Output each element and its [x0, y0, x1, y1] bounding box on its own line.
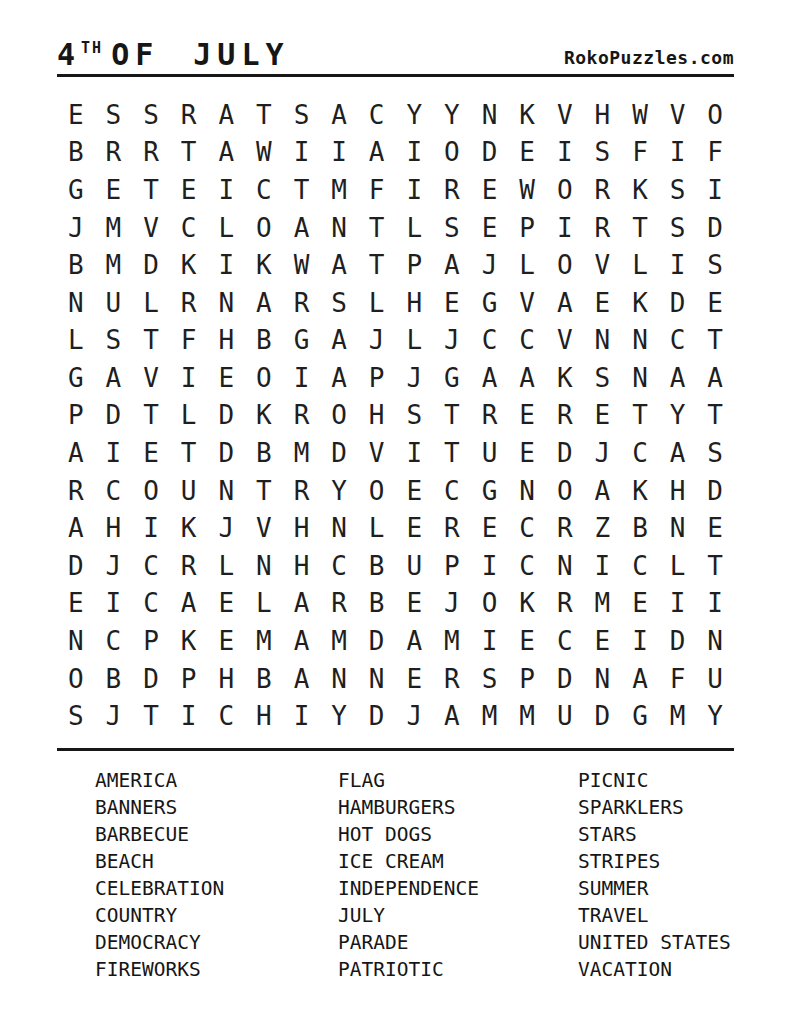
grid-cell[interactable]: N [320, 509, 358, 547]
grid-cell[interactable]: P [170, 660, 208, 698]
grid-cell[interactable]: E [471, 171, 509, 209]
grid-cell[interactable]: N [245, 547, 283, 585]
grid-cell[interactable]: A [207, 96, 245, 134]
grid-cell[interactable]: G [471, 472, 509, 510]
grid-cell[interactable]: R [546, 509, 584, 547]
grid-cell[interactable]: M [245, 622, 283, 660]
grid-cell[interactable]: N [584, 660, 622, 698]
grid-cell[interactable]: I [696, 171, 734, 209]
grid-cell[interactable]: B [95, 660, 133, 698]
grid-cell[interactable]: W [245, 134, 283, 172]
grid-cell[interactable]: T [245, 472, 283, 510]
grid-cell[interactable]: O [132, 472, 170, 510]
grid-cell[interactable]: E [170, 171, 208, 209]
grid-cell[interactable]: I [659, 585, 697, 623]
grid-cell[interactable]: W [621, 96, 659, 134]
grid-cell[interactable]: J [395, 697, 433, 735]
grid-cell[interactable]: K [546, 359, 584, 397]
grid-cell[interactable]: H [245, 697, 283, 735]
grid-cell[interactable]: A [283, 209, 321, 247]
grid-cell[interactable]: A [508, 359, 546, 397]
grid-cell[interactable]: C [621, 547, 659, 585]
grid-cell[interactable]: M [283, 434, 321, 472]
grid-cell[interactable]: D [546, 434, 584, 472]
grid-cell[interactable]: B [358, 585, 396, 623]
grid-cell[interactable]: F [696, 134, 734, 172]
grid-cell[interactable]: R [433, 509, 471, 547]
grid-cell[interactable]: L [508, 246, 546, 284]
grid-cell[interactable]: I [659, 134, 697, 172]
grid-cell[interactable]: B [621, 509, 659, 547]
grid-cell[interactable]: T [132, 322, 170, 360]
grid-cell[interactable]: L [358, 284, 396, 322]
grid-cell[interactable]: S [659, 209, 697, 247]
grid-cell[interactable]: R [283, 472, 321, 510]
grid-cell[interactable]: I [95, 585, 133, 623]
grid-cell[interactable]: L [170, 397, 208, 435]
grid-cell[interactable]: V [546, 96, 584, 134]
grid-cell[interactable]: J [358, 322, 396, 360]
grid-cell[interactable]: D [471, 134, 509, 172]
grid-cell[interactable]: P [57, 397, 95, 435]
grid-cell[interactable]: L [395, 322, 433, 360]
grid-cell[interactable]: B [358, 547, 396, 585]
grid-cell[interactable]: K [621, 171, 659, 209]
grid-cell[interactable]: M [433, 622, 471, 660]
grid-cell[interactable]: I [621, 622, 659, 660]
grid-cell[interactable]: I [546, 209, 584, 247]
grid-cell[interactable]: D [584, 697, 622, 735]
grid-cell[interactable]: D [57, 547, 95, 585]
grid-cell[interactable]: Y [320, 472, 358, 510]
grid-cell[interactable]: H [584, 96, 622, 134]
grid-cell[interactable]: N [621, 322, 659, 360]
grid-cell[interactable]: D [132, 246, 170, 284]
grid-cell[interactable]: C [433, 472, 471, 510]
grid-cell[interactable]: T [621, 209, 659, 247]
grid-cell[interactable]: T [621, 397, 659, 435]
grid-cell[interactable]: M [95, 246, 133, 284]
grid-cell[interactable]: K [170, 622, 208, 660]
grid-cell[interactable]: H [207, 660, 245, 698]
grid-cell[interactable]: J [584, 434, 622, 472]
grid-cell[interactable]: D [659, 284, 697, 322]
grid-cell[interactable]: Y [433, 96, 471, 134]
grid-cell[interactable]: U [395, 547, 433, 585]
grid-cell[interactable]: G [433, 359, 471, 397]
grid-cell[interactable]: L [621, 246, 659, 284]
grid-cell[interactable]: C [132, 547, 170, 585]
grid-cell[interactable]: E [471, 509, 509, 547]
grid-cell[interactable]: I [584, 547, 622, 585]
grid-cell[interactable]: N [621, 359, 659, 397]
grid-cell[interactable]: R [132, 134, 170, 172]
grid-cell[interactable]: I [283, 359, 321, 397]
grid-cell[interactable]: E [395, 585, 433, 623]
grid-cell[interactable]: V [132, 209, 170, 247]
grid-cell[interactable]: J [57, 209, 95, 247]
grid-cell[interactable]: V [245, 509, 283, 547]
grid-cell[interactable]: C [95, 472, 133, 510]
grid-cell[interactable]: J [207, 509, 245, 547]
grid-cell[interactable]: F [358, 171, 396, 209]
grid-cell[interactable]: Y [320, 697, 358, 735]
grid-cell[interactable]: Y [395, 96, 433, 134]
grid-cell[interactable]: L [57, 322, 95, 360]
grid-cell[interactable]: P [508, 660, 546, 698]
grid-cell[interactable]: B [57, 246, 95, 284]
grid-cell[interactable]: I [170, 697, 208, 735]
grid-cell[interactable]: J [95, 697, 133, 735]
grid-cell[interactable]: N [471, 96, 509, 134]
grid-cell[interactable]: N [508, 472, 546, 510]
grid-cell[interactable]: A [57, 509, 95, 547]
grid-cell[interactable]: A [245, 284, 283, 322]
grid-cell[interactable]: E [696, 284, 734, 322]
grid-cell[interactable]: T [696, 397, 734, 435]
grid-cell[interactable]: H [283, 547, 321, 585]
grid-cell[interactable]: L [245, 585, 283, 623]
grid-cell[interactable]: V [584, 246, 622, 284]
grid-cell[interactable]: N [207, 472, 245, 510]
grid-cell[interactable]: O [433, 134, 471, 172]
grid-cell[interactable]: K [508, 585, 546, 623]
site-link[interactable]: RokoPuzzles.com [564, 49, 734, 70]
grid-cell[interactable]: C [508, 547, 546, 585]
grid-cell[interactable]: D [696, 472, 734, 510]
grid-cell[interactable]: G [57, 359, 95, 397]
grid-cell[interactable]: D [95, 397, 133, 435]
grid-cell[interactable]: C [508, 322, 546, 360]
grid-cell[interactable]: H [95, 509, 133, 547]
grid-cell[interactable]: O [546, 171, 584, 209]
grid-cell[interactable]: L [358, 509, 396, 547]
grid-cell[interactable]: L [207, 547, 245, 585]
grid-cell[interactable]: A [696, 359, 734, 397]
grid-cell[interactable]: R [283, 284, 321, 322]
grid-cell[interactable]: R [170, 284, 208, 322]
grid-cell[interactable]: I [132, 509, 170, 547]
grid-cell[interactable]: T [696, 322, 734, 360]
grid-cell[interactable]: S [659, 171, 697, 209]
grid-cell[interactable]: N [546, 547, 584, 585]
grid-cell[interactable]: T [132, 397, 170, 435]
grid-cell[interactable]: J [395, 359, 433, 397]
grid-cell[interactable]: D [207, 397, 245, 435]
grid-cell[interactable]: C [508, 509, 546, 547]
grid-cell[interactable]: A [433, 246, 471, 284]
grid-cell[interactable]: N [696, 622, 734, 660]
grid-cell[interactable]: E [696, 509, 734, 547]
grid-cell[interactable]: C [207, 697, 245, 735]
grid-cell[interactable]: C [358, 96, 396, 134]
grid-cell[interactable]: M [659, 697, 697, 735]
grid-cell[interactable]: I [320, 134, 358, 172]
grid-cell[interactable]: K [170, 509, 208, 547]
grid-cell[interactable]: T [170, 434, 208, 472]
grid-cell[interactable]: H [283, 509, 321, 547]
grid-cell[interactable]: J [433, 585, 471, 623]
grid-cell[interactable]: A [659, 434, 697, 472]
grid-cell[interactable]: D [546, 660, 584, 698]
grid-cell[interactable]: T [132, 171, 170, 209]
grid-cell[interactable]: N [57, 622, 95, 660]
grid-cell[interactable]: B [57, 134, 95, 172]
grid-cell[interactable]: T [433, 434, 471, 472]
grid-cell[interactable]: Y [696, 697, 734, 735]
grid-cell[interactable]: O [358, 472, 396, 510]
grid-cell[interactable]: N [358, 660, 396, 698]
grid-cell[interactable]: P [433, 547, 471, 585]
grid-cell[interactable]: R [170, 96, 208, 134]
grid-cell[interactable]: L [207, 209, 245, 247]
grid-cell[interactable]: D [696, 209, 734, 247]
grid-cell[interactable]: H [358, 397, 396, 435]
grid-cell[interactable]: S [132, 96, 170, 134]
grid-cell[interactable]: R [170, 547, 208, 585]
grid-cell[interactable]: A [283, 622, 321, 660]
grid-cell[interactable]: M [584, 585, 622, 623]
grid-cell[interactable]: K [245, 397, 283, 435]
grid-cell[interactable]: H [659, 472, 697, 510]
grid-cell[interactable]: M [320, 622, 358, 660]
grid-cell[interactable]: J [95, 547, 133, 585]
grid-cell[interactable]: O [245, 359, 283, 397]
grid-cell[interactable]: R [584, 171, 622, 209]
grid-cell[interactable]: T [358, 209, 396, 247]
grid-cell[interactable]: B [245, 434, 283, 472]
grid-cell[interactable]: E [95, 171, 133, 209]
grid-cell[interactable]: J [433, 322, 471, 360]
grid-cell[interactable]: L [395, 209, 433, 247]
grid-cell[interactable]: E [508, 397, 546, 435]
grid-cell[interactable]: C [95, 622, 133, 660]
grid-cell[interactable]: D [320, 434, 358, 472]
grid-cell[interactable]: A [207, 134, 245, 172]
grid-cell[interactable]: I [207, 246, 245, 284]
grid-cell[interactable]: E [395, 472, 433, 510]
grid-cell[interactable]: S [95, 322, 133, 360]
grid-cell[interactable]: N [659, 509, 697, 547]
grid-cell[interactable]: K [621, 284, 659, 322]
grid-cell[interactable]: A [659, 359, 697, 397]
grid-cell[interactable]: O [546, 246, 584, 284]
grid-cell[interactable]: N [207, 284, 245, 322]
grid-cell[interactable]: A [320, 359, 358, 397]
grid-cell[interactable]: U [170, 472, 208, 510]
grid-cell[interactable]: P [132, 622, 170, 660]
grid-cell[interactable]: I [471, 547, 509, 585]
grid-cell[interactable]: T [358, 246, 396, 284]
grid-cell[interactable]: U [696, 660, 734, 698]
grid-cell[interactable]: I [546, 134, 584, 172]
grid-cell[interactable]: E [584, 284, 622, 322]
grid-cell[interactable]: M [320, 171, 358, 209]
grid-cell[interactable]: K [508, 96, 546, 134]
grid-cell[interactable]: U [471, 434, 509, 472]
grid-cell[interactable]: C [546, 622, 584, 660]
grid-cell[interactable]: M [471, 697, 509, 735]
grid-cell[interactable]: R [433, 660, 471, 698]
grid-cell[interactable]: E [57, 96, 95, 134]
grid-cell[interactable]: C [132, 585, 170, 623]
grid-cell[interactable]: P [395, 246, 433, 284]
grid-cell[interactable]: N [584, 322, 622, 360]
grid-cell[interactable]: T [170, 134, 208, 172]
grid-cell[interactable]: I [395, 134, 433, 172]
grid-cell[interactable]: D [207, 434, 245, 472]
grid-cell[interactable]: R [546, 397, 584, 435]
grid-cell[interactable]: I [207, 171, 245, 209]
grid-cell[interactable]: B [245, 322, 283, 360]
grid-cell[interactable]: M [508, 697, 546, 735]
grid-cell[interactable]: E [508, 134, 546, 172]
grid-cell[interactable]: D [659, 622, 697, 660]
grid-cell[interactable]: C [659, 322, 697, 360]
grid-cell[interactable]: A [320, 246, 358, 284]
grid-cell[interactable]: E [584, 622, 622, 660]
grid-cell[interactable]: A [320, 322, 358, 360]
grid-cell[interactable]: P [508, 209, 546, 247]
grid-cell[interactable]: A [57, 434, 95, 472]
grid-cell[interactable]: E [433, 284, 471, 322]
grid-cell[interactable]: N [320, 660, 358, 698]
grid-cell[interactable]: S [696, 246, 734, 284]
grid-cell[interactable]: O [471, 585, 509, 623]
grid-cell[interactable]: D [358, 622, 396, 660]
grid-cell[interactable]: L [132, 284, 170, 322]
grid-cell[interactable]: I [395, 434, 433, 472]
grid-cell[interactable]: E [57, 585, 95, 623]
grid-cell[interactable]: A [320, 96, 358, 134]
grid-cell[interactable]: F [170, 322, 208, 360]
grid-cell[interactable]: B [245, 660, 283, 698]
grid-cell[interactable]: S [95, 96, 133, 134]
grid-cell[interactable]: T [433, 397, 471, 435]
grid-cell[interactable]: F [659, 660, 697, 698]
grid-cell[interactable]: R [584, 209, 622, 247]
grid-cell[interactable]: I [283, 697, 321, 735]
grid-cell[interactable]: A [584, 472, 622, 510]
grid-cell[interactable]: Z [584, 509, 622, 547]
grid-cell[interactable]: E [621, 585, 659, 623]
grid-cell[interactable]: V [546, 322, 584, 360]
grid-cell[interactable]: O [245, 209, 283, 247]
grid-cell[interactable]: G [57, 171, 95, 209]
grid-cell[interactable]: U [546, 697, 584, 735]
grid-cell[interactable]: D [132, 660, 170, 698]
grid-cell[interactable]: D [358, 697, 396, 735]
grid-cell[interactable]: S [395, 397, 433, 435]
grid-cell[interactable]: W [283, 246, 321, 284]
grid-cell[interactable]: S [584, 134, 622, 172]
grid-cell[interactable]: A [283, 660, 321, 698]
grid-cell[interactable]: S [433, 209, 471, 247]
grid-cell[interactable]: V [132, 359, 170, 397]
grid-cell[interactable]: G [283, 322, 321, 360]
grid-cell[interactable]: C [621, 434, 659, 472]
grid-cell[interactable]: N [57, 284, 95, 322]
grid-cell[interactable]: E [508, 622, 546, 660]
grid-cell[interactable]: E [584, 397, 622, 435]
grid-cell[interactable]: R [57, 472, 95, 510]
grid-cell[interactable]: K [170, 246, 208, 284]
grid-cell[interactable]: U [95, 284, 133, 322]
grid-cell[interactable]: E [207, 622, 245, 660]
grid-cell[interactable]: A [433, 697, 471, 735]
grid-cell[interactable]: E [395, 660, 433, 698]
grid-cell[interactable]: R [433, 171, 471, 209]
grid-cell[interactable]: G [471, 284, 509, 322]
grid-cell[interactable]: E [395, 509, 433, 547]
grid-cell[interactable]: I [95, 434, 133, 472]
grid-cell[interactable]: K [245, 246, 283, 284]
grid-cell[interactable]: I [283, 134, 321, 172]
grid-cell[interactable]: E [471, 209, 509, 247]
grid-cell[interactable]: E [207, 585, 245, 623]
grid-cell[interactable]: C [320, 547, 358, 585]
grid-cell[interactable]: I [471, 622, 509, 660]
grid-cell[interactable]: T [696, 547, 734, 585]
grid-cell[interactable]: A [170, 585, 208, 623]
grid-cell[interactable]: M [95, 209, 133, 247]
grid-cell[interactable]: C [471, 322, 509, 360]
grid-cell[interactable]: L [659, 547, 697, 585]
grid-cell[interactable]: T [283, 171, 321, 209]
grid-cell[interactable]: O [546, 472, 584, 510]
grid-cell[interactable]: R [320, 585, 358, 623]
grid-cell[interactable]: K [621, 472, 659, 510]
grid-cell[interactable]: T [132, 697, 170, 735]
grid-cell[interactable]: O [320, 397, 358, 435]
grid-cell[interactable]: H [395, 284, 433, 322]
grid-cell[interactable]: A [621, 660, 659, 698]
grid-cell[interactable]: S [57, 697, 95, 735]
grid-cell[interactable]: P [358, 359, 396, 397]
grid-cell[interactable]: A [283, 585, 321, 623]
grid-cell[interactable]: E [132, 434, 170, 472]
grid-cell[interactable]: N [320, 209, 358, 247]
grid-cell[interactable]: H [207, 322, 245, 360]
grid-cell[interactable]: A [546, 284, 584, 322]
grid-cell[interactable]: I [696, 585, 734, 623]
grid-cell[interactable]: T [245, 96, 283, 134]
grid-cell[interactable]: R [95, 134, 133, 172]
grid-cell[interactable]: A [95, 359, 133, 397]
grid-cell[interactable]: F [621, 134, 659, 172]
grid-cell[interactable]: A [471, 359, 509, 397]
grid-cell[interactable]: S [283, 96, 321, 134]
grid-cell[interactable]: G [621, 697, 659, 735]
grid-cell[interactable]: V [358, 434, 396, 472]
grid-cell[interactable]: E [508, 434, 546, 472]
grid-cell[interactable]: I [395, 171, 433, 209]
grid-cell[interactable]: C [245, 171, 283, 209]
grid-cell[interactable]: O [696, 96, 734, 134]
grid-cell[interactable]: E [207, 359, 245, 397]
grid-cell[interactable]: A [358, 134, 396, 172]
grid-cell[interactable]: O [57, 660, 95, 698]
grid-cell[interactable]: J [471, 246, 509, 284]
grid-cell[interactable]: R [471, 397, 509, 435]
grid-cell[interactable]: V [508, 284, 546, 322]
grid-cell[interactable]: S [696, 434, 734, 472]
grid-cell[interactable]: W [508, 171, 546, 209]
grid-cell[interactable]: C [170, 209, 208, 247]
grid-cell[interactable]: A [395, 622, 433, 660]
grid-cell[interactable]: S [471, 660, 509, 698]
grid-cell[interactable]: R [283, 397, 321, 435]
